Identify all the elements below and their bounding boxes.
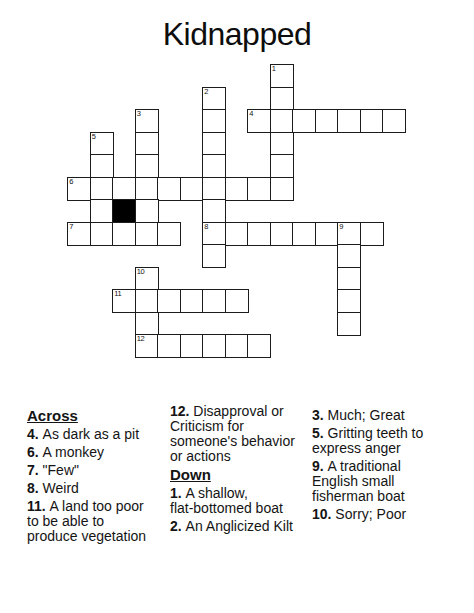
grid-cell[interactable] (292, 222, 316, 246)
grid-cell[interactable] (270, 177, 294, 201)
grid-cell[interactable] (90, 177, 114, 201)
grid-cell[interactable]: 8 (202, 222, 226, 246)
clue-item: 3. Much; Great (312, 408, 428, 423)
grid-cell[interactable] (135, 199, 159, 223)
grid-cell[interactable] (157, 289, 181, 313)
clue-number: 3. (312, 407, 328, 423)
cell-number: 7 (69, 223, 73, 231)
clue-number: 6. (27, 444, 43, 460)
grid-cell[interactable] (112, 177, 136, 201)
grid-cell[interactable] (202, 177, 226, 201)
grid-cell[interactable] (135, 132, 159, 156)
clue-number: 2. (170, 518, 186, 534)
cell-number: 9 (339, 223, 343, 231)
grid-cell[interactable] (270, 154, 294, 178)
grid-cell[interactable] (382, 109, 406, 133)
blocked-cell (112, 199, 136, 223)
grid-cell[interactable] (225, 289, 249, 313)
clue-list-header: Across (27, 408, 151, 423)
grid-cell[interactable]: 4 (247, 109, 271, 133)
grid-cell[interactable]: 9 (337, 222, 361, 246)
clue-number: 7. (27, 462, 43, 478)
clue-number: 12. (170, 403, 193, 419)
grid-cell[interactable] (270, 222, 294, 246)
grid-cell[interactable] (135, 222, 159, 246)
clue-number: 1. (170, 485, 186, 501)
grid-cell[interactable] (270, 87, 294, 111)
grid-cell[interactable] (225, 177, 249, 201)
grid-cell[interactable] (157, 222, 181, 246)
grid-cell[interactable] (202, 154, 226, 178)
puzzle-title: Kidnapped (0, 14, 474, 54)
grid-cell[interactable] (90, 199, 114, 223)
clue-item: 5. Gritting teeth to express anger (312, 426, 428, 456)
grid-cell[interactable] (225, 334, 249, 358)
clue-number: 5. (312, 425, 328, 441)
clue-item: 12. Disapproval or Criticism for someone… (170, 404, 302, 464)
grid-cell[interactable] (157, 334, 181, 358)
grid-cell[interactable] (337, 312, 361, 336)
grid-cell[interactable] (360, 222, 384, 246)
grid-cell[interactable] (270, 109, 294, 133)
grid-cell[interactable] (135, 312, 159, 336)
clue-item: 6. A monkey (27, 445, 151, 460)
grid-cell[interactable] (112, 222, 136, 246)
cell-number: 4 (249, 110, 253, 118)
grid-cell[interactable] (247, 222, 271, 246)
cell-number: 12 (137, 335, 145, 343)
grid-cell[interactable] (180, 334, 204, 358)
clue-item: 9. A traditional English small fisherman… (312, 459, 428, 504)
crossword-grid: 123456789101112 (68, 65, 406, 358)
clue-item: 11. A land too poor to be able to produc… (27, 499, 151, 544)
clues-column-2: 12. Disapproval or Criticism for someone… (170, 404, 302, 537)
crossword-worksheet: Kidnapped 123456789101112 Across4. As da… (0, 0, 474, 613)
grid-cell[interactable] (315, 109, 339, 133)
grid-cell[interactable] (337, 109, 361, 133)
grid-cell[interactable] (202, 199, 226, 223)
cell-number: 6 (69, 178, 73, 186)
grid-cell[interactable] (315, 222, 339, 246)
grid-cell[interactable] (202, 132, 226, 156)
grid-cell[interactable] (202, 289, 226, 313)
cell-number: 5 (92, 133, 96, 141)
clue-item: 7. "Few" (27, 463, 151, 478)
grid-cell[interactable] (337, 289, 361, 313)
clue-item: 1. A shallow, flat‑bottomed boat (170, 486, 302, 516)
cell-number: 10 (137, 268, 145, 276)
grid-cell[interactable] (135, 177, 159, 201)
grid-cell[interactable] (202, 334, 226, 358)
grid-cell[interactable] (337, 267, 361, 291)
grid-cell[interactable] (202, 109, 226, 133)
clue-number: 11. (27, 498, 50, 514)
cell-number: 1 (272, 65, 276, 73)
grid-cell[interactable] (90, 154, 114, 178)
grid-cell[interactable] (90, 222, 114, 246)
grid-cell[interactable] (292, 109, 316, 133)
grid-cell[interactable] (270, 132, 294, 156)
grid-cell[interactable] (135, 154, 159, 178)
grid-cell[interactable] (247, 177, 271, 201)
grid-cell[interactable]: 12 (135, 334, 159, 358)
grid-cell[interactable]: 6 (67, 177, 91, 201)
clue-item: 10. Sorry; Poor (312, 507, 428, 522)
clue-number: 8. (27, 480, 43, 496)
cell-number: 11 (114, 290, 121, 298)
clues-column-3: 3. Much; Great5. Gritting teeth to expre… (312, 408, 428, 525)
grid-cell[interactable] (202, 244, 226, 268)
grid-cell[interactable]: 5 (90, 132, 114, 156)
clue-item: 4. As dark as a pit (27, 427, 151, 442)
clue-number: 10. (312, 506, 335, 522)
grid-cell[interactable]: 2 (202, 87, 226, 111)
grid-cell[interactable]: 10 (135, 267, 159, 291)
clue-item: 8. Weird (27, 481, 151, 496)
grid-cell[interactable] (225, 222, 249, 246)
grid-cell[interactable] (180, 177, 204, 201)
clue-number: 9. (312, 458, 328, 474)
cell-number: 2 (204, 88, 208, 96)
clue-list-header: Down (170, 467, 302, 482)
cell-number: 8 (204, 223, 208, 231)
cell-number: 3 (137, 110, 141, 118)
grid-cell[interactable] (135, 289, 159, 313)
grid-cell[interactable] (337, 244, 361, 268)
grid-cell[interactable]: 1 (270, 64, 294, 88)
grid-cell[interactable] (157, 177, 181, 201)
grid-cell[interactable] (247, 334, 271, 358)
grid-cell[interactable]: 11 (112, 289, 136, 313)
grid-cell[interactable] (360, 109, 384, 133)
grid-cell[interactable]: 3 (135, 109, 159, 133)
clues-column-1: Across4. As dark as a pit6. A monkey7. "… (27, 408, 151, 547)
grid-cell[interactable] (180, 289, 204, 313)
clue-item: 2. An Anglicized Kilt (170, 519, 302, 534)
clue-number: 4. (27, 426, 43, 442)
grid-cell[interactable]: 7 (67, 222, 91, 246)
